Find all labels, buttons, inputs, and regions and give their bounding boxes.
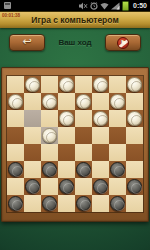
square-e5[interactable] bbox=[75, 127, 92, 144]
square-d8[interactable] bbox=[58, 76, 75, 93]
square-a8[interactable] bbox=[7, 76, 24, 93]
square-a2[interactable] bbox=[7, 178, 24, 195]
black-piece[interactable] bbox=[25, 179, 40, 194]
white-piece[interactable] bbox=[127, 111, 142, 126]
square-b7[interactable] bbox=[24, 93, 41, 110]
square-f2[interactable] bbox=[92, 178, 109, 195]
white-piece[interactable] bbox=[110, 94, 125, 109]
checkers-board bbox=[1, 67, 149, 222]
square-b8[interactable] bbox=[24, 76, 41, 93]
white-piece[interactable] bbox=[8, 94, 23, 109]
white-piece[interactable] bbox=[93, 111, 108, 126]
toolbar: ↩ Ваш ход ⚑ bbox=[0, 28, 150, 54]
square-a6[interactable] bbox=[7, 110, 24, 127]
surrender-button[interactable]: ⚑ bbox=[105, 34, 141, 51]
white-piece[interactable] bbox=[42, 128, 57, 143]
square-c8[interactable] bbox=[41, 76, 58, 93]
square-g5[interactable] bbox=[109, 127, 126, 144]
square-c7[interactable] bbox=[41, 93, 58, 110]
volume-muted-icon bbox=[79, 2, 88, 10]
square-g1[interactable] bbox=[109, 195, 126, 212]
square-g2[interactable] bbox=[109, 178, 126, 195]
signal-strength-icon bbox=[111, 2, 120, 10]
square-c6[interactable] bbox=[41, 110, 58, 127]
app-screen: 0:50 00:01:38 Игра с компьютером ↩ Ваш х… bbox=[0, 0, 150, 250]
square-c4[interactable] bbox=[41, 144, 58, 161]
square-e7[interactable] bbox=[75, 93, 92, 110]
square-f4[interactable] bbox=[92, 144, 109, 161]
square-f7[interactable] bbox=[92, 93, 109, 110]
square-h3[interactable] bbox=[126, 161, 143, 178]
square-e8[interactable] bbox=[75, 76, 92, 93]
black-piece[interactable] bbox=[110, 196, 125, 211]
square-f5[interactable] bbox=[92, 127, 109, 144]
square-c3[interactable] bbox=[41, 161, 58, 178]
white-piece[interactable] bbox=[59, 111, 74, 126]
alarm-icon bbox=[90, 2, 98, 10]
game-timer: 00:01:38 bbox=[2, 13, 20, 18]
board-grid bbox=[7, 76, 143, 212]
square-e6[interactable] bbox=[75, 110, 92, 127]
square-e2[interactable] bbox=[75, 178, 92, 195]
black-piece[interactable] bbox=[110, 162, 125, 177]
square-d3[interactable] bbox=[58, 161, 75, 178]
square-a5[interactable] bbox=[7, 127, 24, 144]
square-b5[interactable] bbox=[24, 127, 41, 144]
square-a3[interactable] bbox=[7, 161, 24, 178]
square-d6[interactable] bbox=[58, 110, 75, 127]
surrender-flag-icon: ⚑ bbox=[117, 37, 129, 49]
square-b3[interactable] bbox=[24, 161, 41, 178]
square-d2[interactable] bbox=[58, 178, 75, 195]
black-piece[interactable] bbox=[76, 196, 91, 211]
square-h1[interactable] bbox=[126, 195, 143, 212]
turn-status-label: Ваш ход bbox=[58, 38, 91, 47]
square-g4[interactable] bbox=[109, 144, 126, 161]
black-piece[interactable] bbox=[59, 179, 74, 194]
square-g3[interactable] bbox=[109, 161, 126, 178]
square-h6[interactable] bbox=[126, 110, 143, 127]
undo-icon: ↩ bbox=[22, 36, 31, 47]
square-f8[interactable] bbox=[92, 76, 109, 93]
square-d7[interactable] bbox=[58, 93, 75, 110]
square-e1[interactable] bbox=[75, 195, 92, 212]
square-d4[interactable] bbox=[58, 144, 75, 161]
square-f3[interactable] bbox=[92, 161, 109, 178]
square-h8[interactable] bbox=[126, 76, 143, 93]
square-a1[interactable] bbox=[7, 195, 24, 212]
notification-icon bbox=[4, 2, 11, 9]
square-d1[interactable] bbox=[58, 195, 75, 212]
square-c1[interactable] bbox=[41, 195, 58, 212]
square-h5[interactable] bbox=[126, 127, 143, 144]
black-piece[interactable] bbox=[8, 196, 23, 211]
square-b6[interactable] bbox=[24, 110, 41, 127]
status-time: 0:50 bbox=[133, 2, 147, 9]
square-e4[interactable] bbox=[75, 144, 92, 161]
square-e3[interactable] bbox=[75, 161, 92, 178]
square-d5[interactable] bbox=[58, 127, 75, 144]
black-piece[interactable] bbox=[127, 179, 142, 194]
square-a7[interactable] bbox=[7, 93, 24, 110]
white-piece[interactable] bbox=[93, 77, 108, 92]
white-piece[interactable] bbox=[42, 94, 57, 109]
wifi-icon bbox=[100, 2, 109, 10]
square-g6[interactable] bbox=[109, 110, 126, 127]
square-h7[interactable] bbox=[126, 93, 143, 110]
black-piece[interactable] bbox=[93, 179, 108, 194]
square-h4[interactable] bbox=[126, 144, 143, 161]
square-b4[interactable] bbox=[24, 144, 41, 161]
white-piece[interactable] bbox=[127, 77, 142, 92]
white-piece[interactable] bbox=[25, 77, 40, 92]
square-h2[interactable] bbox=[126, 178, 143, 195]
status-bar: 0:50 bbox=[0, 0, 150, 11]
black-piece[interactable] bbox=[42, 196, 57, 211]
black-piece[interactable] bbox=[76, 162, 91, 177]
black-piece[interactable] bbox=[42, 162, 57, 177]
square-c5[interactable] bbox=[41, 127, 58, 144]
battery-icon bbox=[122, 1, 129, 11]
black-piece[interactable] bbox=[8, 162, 23, 177]
white-piece[interactable] bbox=[59, 77, 74, 92]
white-piece[interactable] bbox=[76, 94, 91, 109]
square-b2[interactable] bbox=[24, 178, 41, 195]
square-f1[interactable] bbox=[92, 195, 109, 212]
square-c2[interactable] bbox=[41, 178, 58, 195]
square-b1[interactable] bbox=[24, 195, 41, 212]
square-g7[interactable] bbox=[109, 93, 126, 110]
page-title: Игра с компьютером bbox=[0, 12, 150, 28]
square-f6[interactable] bbox=[92, 110, 109, 127]
title-bar: 00:01:38 Игра с компьютером bbox=[0, 11, 150, 28]
square-g8[interactable] bbox=[109, 76, 126, 93]
square-a4[interactable] bbox=[7, 144, 24, 161]
undo-button[interactable]: ↩ bbox=[9, 34, 45, 51]
